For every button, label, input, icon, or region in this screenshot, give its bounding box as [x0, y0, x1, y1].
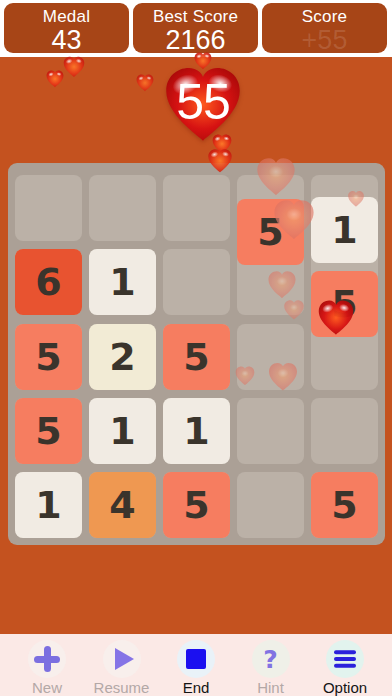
heart-icon: [45, 70, 65, 88]
tile-1[interactable]: 1: [15, 472, 82, 538]
menu-icon: [334, 650, 356, 655]
board-cell: [237, 398, 304, 464]
tile-1[interactable]: 1: [89, 249, 156, 315]
bottom-toolbar: New Resume End ? Hint Option: [0, 634, 392, 696]
combo-heart: 55: [161, 64, 245, 146]
score-box: Score +55: [262, 3, 387, 53]
board-cell: [163, 175, 230, 241]
best-score-value: 2166: [133, 27, 258, 53]
score-header: Medal 43 Best Score 2166 Score +55: [0, 0, 392, 57]
board-cell: [237, 472, 304, 538]
tile-1[interactable]: 1: [89, 398, 156, 464]
best-score-box: Best Score 2166: [133, 3, 258, 53]
stop-icon: [186, 649, 206, 669]
new-button[interactable]: New: [14, 640, 80, 696]
play-icon: [115, 648, 134, 670]
score-gain-value: +55: [262, 27, 387, 53]
tile-6[interactable]: 6: [15, 249, 82, 315]
medal-value: 43: [4, 27, 129, 53]
board-cell: [237, 324, 304, 390]
board-cell: [163, 249, 230, 315]
score-label: Score: [262, 6, 387, 27]
board-cell: [15, 175, 82, 241]
end-button[interactable]: End: [163, 640, 229, 696]
tile-5[interactable]: 5: [163, 472, 230, 538]
tile-5[interactable]: 5: [163, 324, 230, 390]
medal-box: Medal 43: [4, 3, 129, 53]
combo-heart-score: 55: [161, 66, 245, 138]
tile-2[interactable]: 2: [89, 324, 156, 390]
tile-5[interactable]: 5: [237, 199, 304, 265]
tile-5[interactable]: 5: [15, 398, 82, 464]
plus-icon: [34, 646, 60, 672]
heart-icon: [62, 56, 86, 78]
end-button-label: End: [183, 679, 210, 696]
heart-icon: [135, 74, 155, 92]
game-board[interactable]: 516155255111455: [8, 163, 385, 545]
new-button-label: New: [32, 679, 62, 696]
hint-button[interactable]: ? Hint: [238, 640, 304, 696]
resume-button[interactable]: Resume: [89, 640, 155, 696]
option-button[interactable]: Option: [312, 640, 378, 696]
tile-4[interactable]: 4: [89, 472, 156, 538]
tile-5[interactable]: 5: [311, 472, 378, 538]
board-cell: [311, 398, 378, 464]
tile-1[interactable]: 1: [163, 398, 230, 464]
board-cell: [89, 175, 156, 241]
tile-1[interactable]: 1: [311, 197, 378, 263]
option-button-label: Option: [323, 679, 367, 696]
resume-button-label: Resume: [94, 679, 150, 696]
hint-button-label: Hint: [257, 679, 284, 696]
medal-label: Medal: [4, 6, 129, 27]
question-icon: ?: [263, 647, 278, 672]
best-score-label: Best Score: [133, 6, 258, 27]
tile-5[interactable]: 5: [15, 324, 82, 390]
game-screen: Medal 43 Best Score 2166 Score +55 51615…: [0, 0, 392, 696]
tile-5[interactable]: 5: [311, 271, 378, 337]
